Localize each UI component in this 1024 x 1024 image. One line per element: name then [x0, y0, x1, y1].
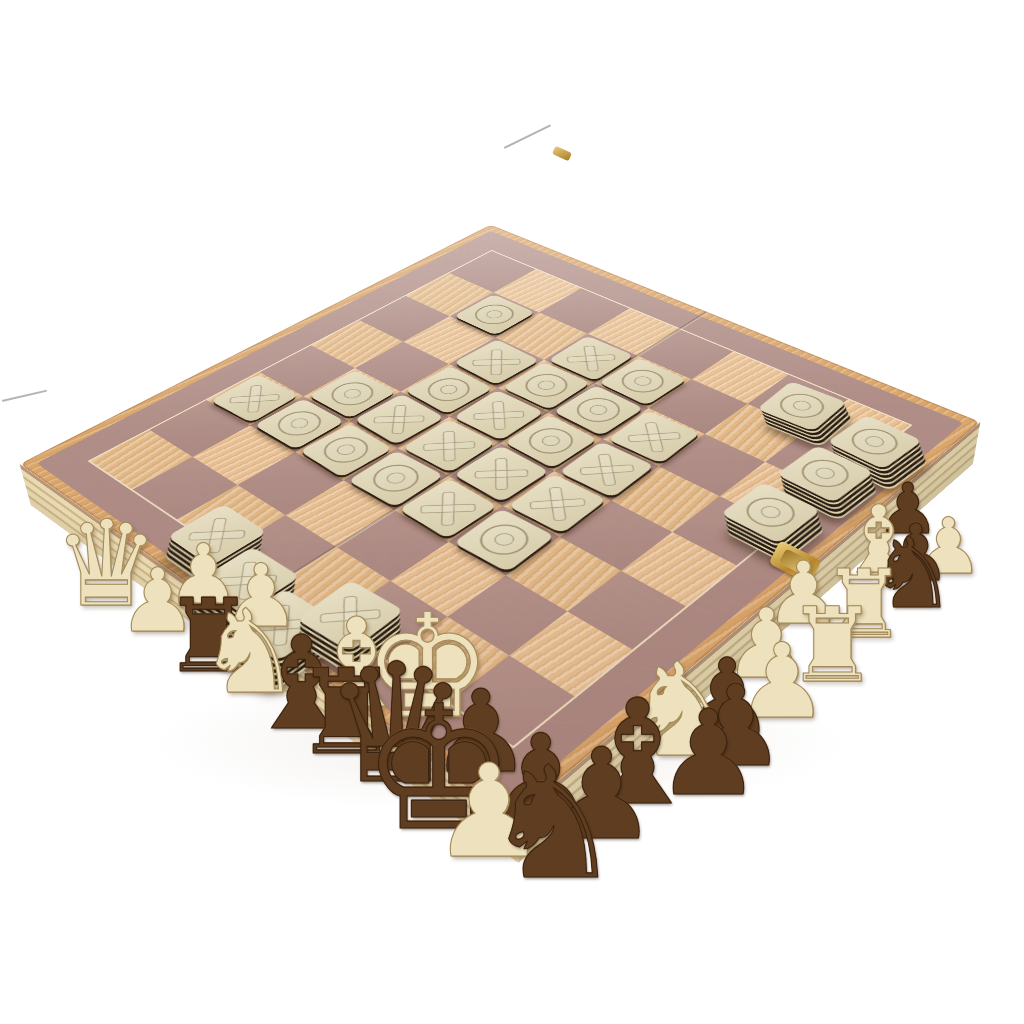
- chess-piece-dark-knight[interactable]: ♞: [484, 746, 624, 902]
- board-square[interactable]: [621, 532, 736, 606]
- board-square[interactable]: [286, 480, 395, 546]
- board-square[interactable]: [449, 443, 554, 505]
- board-square[interactable]: [503, 471, 612, 537]
- tile-x[interactable]: [453, 446, 549, 503]
- board-square[interactable]: [659, 434, 764, 496]
- board-square[interactable]: [554, 439, 659, 501]
- board-square[interactable]: [611, 466, 720, 532]
- tile-o[interactable]: [453, 508, 555, 572]
- board-square[interactable]: [560, 501, 672, 571]
- tile-x[interactable]: [559, 441, 655, 497]
- board-square[interactable]: [343, 447, 448, 510]
- support-wire-left: [2, 390, 47, 402]
- board-square[interactable]: [720, 462, 829, 527]
- board-square[interactable]: [448, 505, 560, 575]
- board-square[interactable]: [238, 452, 343, 515]
- board-square[interactable]: [765, 430, 870, 491]
- board-square[interactable]: [336, 510, 448, 580]
- product-photo: ♛♟♟♜♞♟♝♝♜♛♚♚♟♟♟♞♟♝♞♟♟♟♟♟♟♜♜♝♟♟♞♟: [0, 0, 1024, 1024]
- tile-x[interactable]: [399, 478, 498, 538]
- board-square[interactable]: [506, 537, 621, 611]
- board-square[interactable]: [394, 476, 503, 542]
- tile-x[interactable]: [508, 474, 607, 534]
- tile-stack-o[interactable]: [721, 482, 822, 543]
- tile-o[interactable]: [348, 450, 444, 507]
